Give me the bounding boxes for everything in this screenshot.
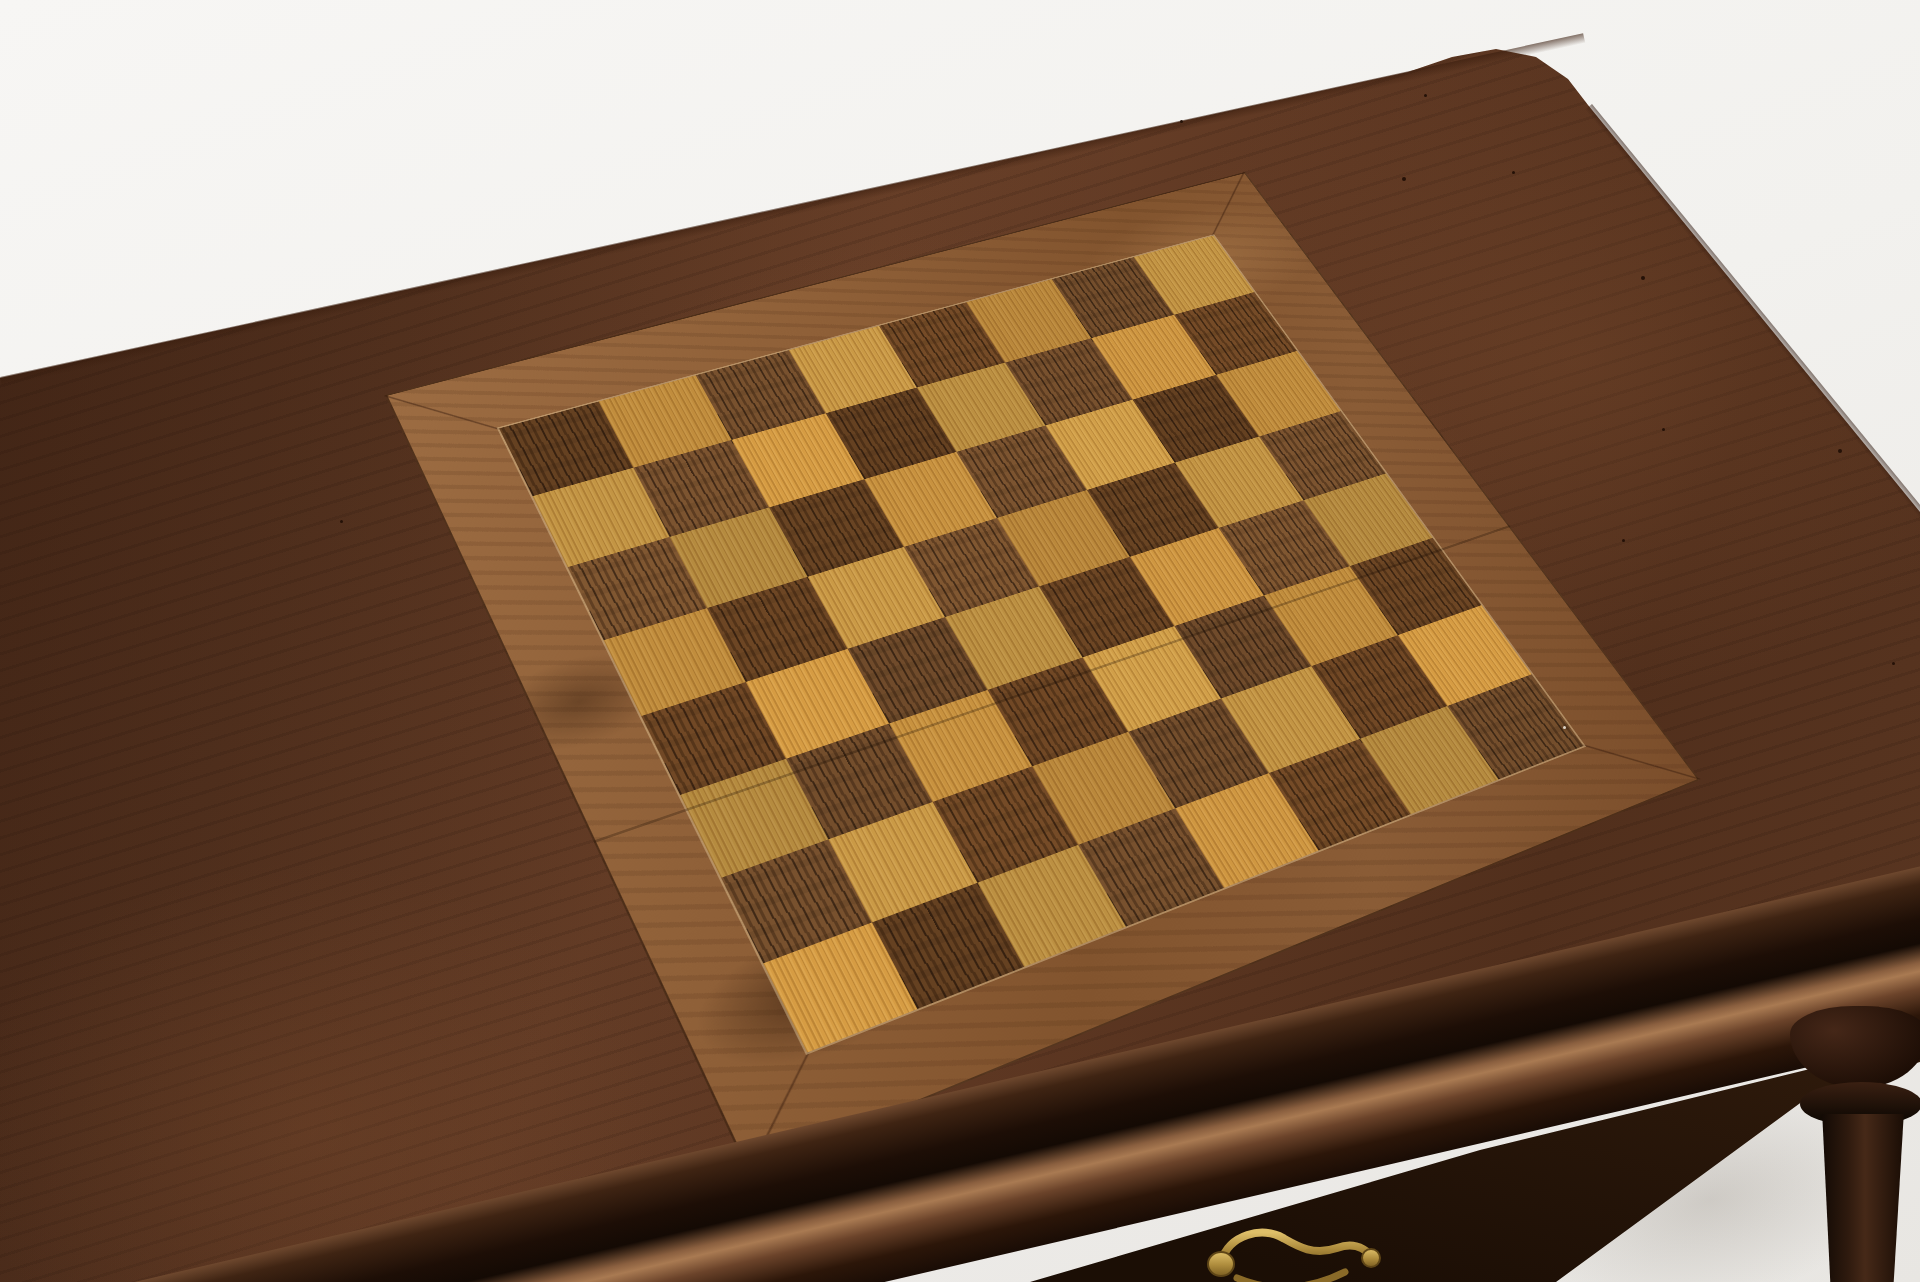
wood-wormhole [1622, 539, 1625, 542]
handle-bail [1237, 1272, 1345, 1282]
handle-rosette [1208, 1252, 1234, 1276]
scene-background [0, 0, 1920, 1282]
wood-speck [1563, 726, 1566, 729]
wood-wormhole [1512, 171, 1515, 174]
wood-wormhole [1662, 428, 1665, 431]
brass-drawer-handle [1185, 1222, 1405, 1282]
swan-neck-arm [1221, 1233, 1371, 1262]
wood-wormhole [1402, 177, 1406, 181]
table-leg [1790, 1002, 1920, 1282]
leg-capital [1790, 1006, 1920, 1088]
wood-wormhole [1424, 94, 1427, 97]
handle-rosette [1362, 1249, 1380, 1267]
wood-wormhole [1641, 276, 1645, 280]
wood-wormhole [1180, 120, 1183, 123]
leg-shaft [1812, 1114, 1914, 1282]
wood-wormhole [1892, 662, 1895, 665]
wood-wormhole [1838, 449, 1842, 453]
wood-wormhole [340, 520, 343, 523]
